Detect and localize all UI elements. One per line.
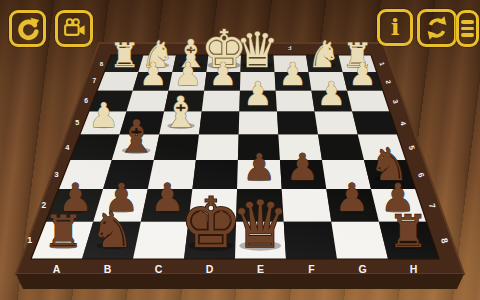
info-icon: i <box>391 15 400 38</box>
svg-text:♟: ♟ <box>334 175 369 220</box>
svg-text:♟: ♟ <box>278 56 306 92</box>
svg-text:♟: ♟ <box>286 146 319 189</box>
restart-game-button[interactable] <box>417 9 457 47</box>
file-label-near-E: E <box>257 263 264 275</box>
piece-brown-pawn-e3[interactable]: ♟ <box>243 146 276 189</box>
svg-text:♟: ♟ <box>243 146 276 189</box>
svg-text:♜: ♜ <box>43 205 83 258</box>
file-label-near-A: A <box>53 263 61 275</box>
svg-text:♟: ♟ <box>209 56 237 92</box>
camera-view-button[interactable] <box>55 10 93 47</box>
svg-text:♟: ♟ <box>348 56 376 92</box>
piece-white-pawn-g6[interactable]: ♟ <box>317 75 346 113</box>
piece-white-pawn-f7[interactable]: ♟ <box>278 56 306 92</box>
svg-text:♟: ♟ <box>317 75 346 113</box>
file-label-near-G: G <box>358 263 366 275</box>
svg-text:♜: ♜ <box>109 36 139 75</box>
svg-text:♝: ♝ <box>116 111 156 163</box>
piece-brown-knight-b1[interactable]: ♞ <box>90 201 134 259</box>
piece-white-bishop-c5[interactable]: ♝ <box>162 87 200 137</box>
piece-brown-rook-a1[interactable]: ♜ <box>43 205 83 258</box>
piece-brown-rook-h1[interactable]: ♜ <box>388 205 428 258</box>
file-label-far-F: F <box>288 45 292 51</box>
piece-white-pawn-a5[interactable]: ♟ <box>89 95 119 135</box>
piece-brown-pawn-g2[interactable]: ♟ <box>334 175 369 220</box>
camera-icon <box>61 15 88 42</box>
rank-label-left-8: 8 <box>100 60 104 67</box>
info-button[interactable]: i <box>377 9 413 46</box>
sync-icon <box>423 14 451 42</box>
rotate-board-button[interactable] <box>9 10 46 47</box>
piece-white-pawn-d7[interactable]: ♟ <box>209 56 237 92</box>
piece-white-knight-g8[interactable]: ♞ <box>307 33 340 76</box>
svg-text:♟: ♟ <box>243 75 272 113</box>
rotate-icon <box>15 16 41 42</box>
svg-text:♛: ♛ <box>231 187 289 262</box>
piece-brown-pawn-f3[interactable]: ♟ <box>286 146 319 189</box>
piece-white-pawn-h7[interactable]: ♟ <box>348 56 376 92</box>
svg-text:♛: ♛ <box>236 22 280 78</box>
svg-text:♞: ♞ <box>307 33 340 76</box>
board-rim-front <box>16 274 464 289</box>
file-label-near-H: H <box>410 263 418 275</box>
file-label-near-B: B <box>104 263 112 275</box>
svg-text:♝: ♝ <box>162 87 200 137</box>
rank-label-left-5: 5 <box>75 119 79 127</box>
piece-white-pawn-e6[interactable]: ♟ <box>243 75 272 113</box>
file-label-near-F: F <box>308 263 315 275</box>
piece-white-queen-e8[interactable]: ♛ <box>236 22 280 78</box>
rank-label-left-7: 7 <box>92 77 96 84</box>
svg-text:♟: ♟ <box>89 95 119 135</box>
hamburger-icon <box>461 20 474 37</box>
menu-button[interactable] <box>456 10 479 47</box>
piece-brown-bishop-b4[interactable]: ♝ <box>116 111 156 163</box>
svg-text:♞: ♞ <box>90 201 134 259</box>
chess-app-screen: ABCDEFGHABCDEFGH1827364554637281♜♞♝♚♛♞♜♟… <box>0 0 480 300</box>
piece-white-rook-a8[interactable]: ♜ <box>109 36 139 75</box>
piece-brown-queen-e1[interactable]: ♛ <box>231 187 289 262</box>
file-label-near-C: C <box>155 263 163 275</box>
file-label-near-D: D <box>206 263 214 275</box>
rank-label-left-1: 1 <box>27 235 32 245</box>
svg-text:♜: ♜ <box>388 205 428 258</box>
